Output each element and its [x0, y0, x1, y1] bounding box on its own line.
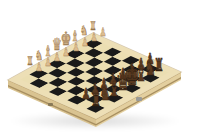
piece-white-rook: ♜: [26, 56, 33, 68]
piece-white-pawn: ♟: [72, 42, 79, 54]
piece-white-pawn: ♟: [45, 57, 52, 69]
hinge-hardware: [48, 103, 53, 106]
piece-black-pawn: ♟: [82, 88, 91, 103]
piece-white-pawn: ♟: [90, 32, 97, 44]
piece-white-pawn: ♟: [54, 52, 61, 64]
piece-white-pawn: ♟: [63, 47, 70, 59]
photo-background: ♜♞♝♛♚♝♞♜♟♟♟♟♟♟♟♟♟♟♟♟♟♟♟♟♜♞♝♛♚♝♞♜: [0, 0, 200, 135]
piece-white-pawn: ♟: [81, 37, 88, 49]
piece-white-pawn: ♟: [36, 62, 43, 74]
clasp-hardware: [136, 97, 142, 101]
piece-black-rook: ♜: [90, 92, 100, 109]
piece-white-pawn: ♟: [99, 27, 106, 39]
